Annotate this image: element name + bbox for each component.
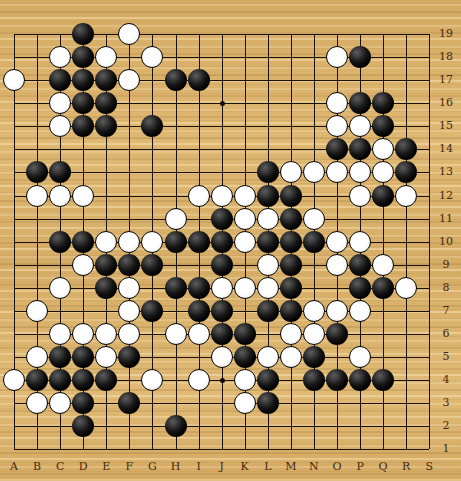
row-label-7: 7: [435, 304, 457, 317]
row-label-9: 9: [435, 258, 457, 271]
black-stone-Q16[interactable]: [372, 92, 394, 114]
white-stone-F17[interactable]: [118, 69, 140, 91]
black-stone-I10[interactable]: [188, 231, 210, 253]
white-stone-G18[interactable]: [141, 46, 163, 68]
white-stone-F8[interactable]: [118, 277, 140, 299]
white-stone-O18[interactable]: [326, 46, 348, 68]
white-stone-F7[interactable]: [118, 300, 140, 322]
black-stone-D3[interactable]: [72, 392, 94, 414]
black-stone-D15[interactable]: [72, 115, 94, 137]
white-stone-P7[interactable]: [349, 300, 371, 322]
black-stone-D17[interactable]: [72, 69, 94, 91]
white-stone-I6[interactable]: [188, 323, 210, 345]
white-stone-O13[interactable]: [326, 161, 348, 183]
black-stone-J7[interactable]: [211, 300, 233, 322]
white-stone-F10[interactable]: [118, 231, 140, 253]
black-stone-O6[interactable]: [326, 323, 348, 345]
white-stone-O15[interactable]: [326, 115, 348, 137]
row-label-13: 13: [435, 165, 457, 178]
column-label-M: M: [283, 460, 299, 473]
black-stone-D4[interactable]: [72, 369, 94, 391]
column-label-O: O: [329, 460, 345, 473]
black-stone-B4[interactable]: [26, 369, 48, 391]
white-stone-C8[interactable]: [49, 277, 71, 299]
white-stone-I12[interactable]: [188, 185, 210, 207]
column-label-F: F: [121, 460, 137, 473]
white-stone-M5[interactable]: [280, 346, 302, 368]
grid-line-vertical: [429, 34, 430, 449]
row-label-5: 5: [435, 350, 457, 363]
black-stone-L13[interactable]: [257, 161, 279, 183]
black-stone-O14[interactable]: [326, 138, 348, 160]
white-stone-O16[interactable]: [326, 92, 348, 114]
white-stone-Q14[interactable]: [372, 138, 394, 160]
white-stone-A4[interactable]: [3, 369, 25, 391]
white-stone-G10[interactable]: [141, 231, 163, 253]
grid-line-horizontal: [14, 449, 429, 450]
black-stone-Q4[interactable]: [372, 369, 394, 391]
white-stone-E6[interactable]: [95, 323, 117, 345]
white-stone-K3[interactable]: [234, 392, 256, 414]
black-stone-G15[interactable]: [141, 115, 163, 137]
white-stone-C12[interactable]: [49, 185, 71, 207]
black-stone-C5[interactable]: [49, 346, 71, 368]
black-stone-N10[interactable]: [303, 231, 325, 253]
column-label-D: D: [75, 460, 91, 473]
row-label-10: 10: [435, 235, 457, 248]
white-stone-P5[interactable]: [349, 346, 371, 368]
white-stone-C6[interactable]: [49, 323, 71, 345]
black-stone-P4[interactable]: [349, 369, 371, 391]
black-stone-E4[interactable]: [95, 369, 117, 391]
black-stone-I17[interactable]: [188, 69, 210, 91]
column-label-H: H: [168, 460, 184, 473]
white-stone-C3[interactable]: [49, 392, 71, 414]
black-stone-E15[interactable]: [95, 115, 117, 137]
black-stone-N5[interactable]: [303, 346, 325, 368]
black-stone-P18[interactable]: [349, 46, 371, 68]
white-stone-N13[interactable]: [303, 161, 325, 183]
black-stone-J10[interactable]: [211, 231, 233, 253]
black-stone-C17[interactable]: [49, 69, 71, 91]
black-stone-G7[interactable]: [141, 300, 163, 322]
column-label-Q: Q: [375, 460, 391, 473]
white-stone-D6[interactable]: [72, 323, 94, 345]
white-stone-R12[interactable]: [395, 185, 417, 207]
row-label-14: 14: [435, 142, 457, 155]
row-label-1: 1: [435, 442, 457, 455]
white-stone-H6[interactable]: [165, 323, 187, 345]
black-stone-H17[interactable]: [165, 69, 187, 91]
white-stone-M13[interactable]: [280, 161, 302, 183]
black-stone-H8[interactable]: [165, 277, 187, 299]
white-stone-P13[interactable]: [349, 161, 371, 183]
black-stone-L3[interactable]: [257, 392, 279, 414]
column-label-J: J: [214, 460, 230, 473]
white-stone-K10[interactable]: [234, 231, 256, 253]
black-stone-F9[interactable]: [118, 254, 140, 276]
white-stone-P15[interactable]: [349, 115, 371, 137]
white-stone-B7[interactable]: [26, 300, 48, 322]
white-stone-K11[interactable]: [234, 208, 256, 230]
white-stone-L5[interactable]: [257, 346, 279, 368]
black-stone-E8[interactable]: [95, 277, 117, 299]
column-label-A: A: [6, 460, 22, 473]
white-stone-Q9[interactable]: [372, 254, 394, 276]
black-stone-D19[interactable]: [72, 23, 94, 45]
white-stone-M6[interactable]: [280, 323, 302, 345]
row-label-19: 19: [435, 27, 457, 40]
row-label-18: 18: [435, 50, 457, 63]
white-stone-C16[interactable]: [49, 92, 71, 114]
black-stone-G9[interactable]: [141, 254, 163, 276]
white-stone-B5[interactable]: [26, 346, 48, 368]
black-stone-M10[interactable]: [280, 231, 302, 253]
white-stone-K12[interactable]: [234, 185, 256, 207]
black-stone-H2[interactable]: [165, 415, 187, 437]
black-stone-H10[interactable]: [165, 231, 187, 253]
star-point: [220, 101, 225, 106]
black-stone-L4[interactable]: [257, 369, 279, 391]
row-label-4: 4: [435, 373, 457, 386]
black-stone-Q12[interactable]: [372, 185, 394, 207]
white-stone-O9[interactable]: [326, 254, 348, 276]
column-label-B: B: [29, 460, 45, 473]
black-stone-C4[interactable]: [49, 369, 71, 391]
white-stone-N7[interactable]: [303, 300, 325, 322]
black-stone-J9[interactable]: [211, 254, 233, 276]
black-stone-P9[interactable]: [349, 254, 371, 276]
black-stone-R14[interactable]: [395, 138, 417, 160]
white-stone-K4[interactable]: [234, 369, 256, 391]
row-label-11: 11: [435, 212, 457, 225]
row-label-16: 16: [435, 96, 457, 109]
white-stone-D12[interactable]: [72, 185, 94, 207]
black-stone-C13[interactable]: [49, 161, 71, 183]
black-stone-M8[interactable]: [280, 277, 302, 299]
row-label-6: 6: [435, 327, 457, 340]
black-stone-Q8[interactable]: [372, 277, 394, 299]
black-stone-P8[interactable]: [349, 277, 371, 299]
black-stone-E9[interactable]: [95, 254, 117, 276]
white-stone-K8[interactable]: [234, 277, 256, 299]
white-stone-E10[interactable]: [95, 231, 117, 253]
white-stone-Q13[interactable]: [372, 161, 394, 183]
black-stone-K5[interactable]: [234, 346, 256, 368]
black-stone-K6[interactable]: [234, 323, 256, 345]
white-stone-N6[interactable]: [303, 323, 325, 345]
white-stone-J8[interactable]: [211, 277, 233, 299]
white-stone-N11[interactable]: [303, 208, 325, 230]
column-label-R: R: [398, 460, 414, 473]
white-stone-F6[interactable]: [118, 323, 140, 345]
black-stone-C10[interactable]: [49, 231, 71, 253]
black-stone-D5[interactable]: [72, 346, 94, 368]
row-label-15: 15: [435, 119, 457, 132]
white-stone-A17[interactable]: [3, 69, 25, 91]
white-stone-D9[interactable]: [72, 254, 94, 276]
black-stone-E16[interactable]: [95, 92, 117, 114]
column-label-N: N: [306, 460, 322, 473]
black-stone-D18[interactable]: [72, 46, 94, 68]
white-stone-C18[interactable]: [49, 46, 71, 68]
white-stone-C15[interactable]: [49, 115, 71, 137]
black-stone-Q15[interactable]: [372, 115, 394, 137]
black-stone-B13[interactable]: [26, 161, 48, 183]
black-stone-L12[interactable]: [257, 185, 279, 207]
white-stone-E5[interactable]: [95, 346, 117, 368]
row-label-8: 8: [435, 281, 457, 294]
column-label-C: C: [52, 460, 68, 473]
column-label-K: K: [237, 460, 253, 473]
white-stone-H11[interactable]: [165, 208, 187, 230]
white-stone-R8[interactable]: [395, 277, 417, 299]
black-stone-R13[interactable]: [395, 161, 417, 183]
white-stone-B3[interactable]: [26, 392, 48, 414]
black-stone-I8[interactable]: [188, 277, 210, 299]
black-stone-N4[interactable]: [303, 369, 325, 391]
black-stone-D16[interactable]: [72, 92, 94, 114]
column-label-G: G: [144, 460, 160, 473]
black-stone-I7[interactable]: [188, 300, 210, 322]
white-stone-P10[interactable]: [349, 231, 371, 253]
white-stone-I4[interactable]: [188, 369, 210, 391]
white-stone-O10[interactable]: [326, 231, 348, 253]
white-stone-G4[interactable]: [141, 369, 163, 391]
black-stone-M11[interactable]: [280, 208, 302, 230]
black-stone-L7[interactable]: [257, 300, 279, 322]
white-stone-L11[interactable]: [257, 208, 279, 230]
row-label-3: 3: [435, 396, 457, 409]
black-stone-J6[interactable]: [211, 323, 233, 345]
grid-line-vertical: [406, 34, 407, 449]
white-stone-J5[interactable]: [211, 346, 233, 368]
star-point: [220, 378, 225, 383]
black-stone-E17[interactable]: [95, 69, 117, 91]
column-label-L: L: [260, 460, 276, 473]
black-stone-D2[interactable]: [72, 415, 94, 437]
black-stone-M9[interactable]: [280, 254, 302, 276]
white-stone-L9[interactable]: [257, 254, 279, 276]
black-stone-M7[interactable]: [280, 300, 302, 322]
row-label-17: 17: [435, 73, 457, 86]
white-stone-L8[interactable]: [257, 277, 279, 299]
column-label-S: S: [421, 460, 437, 473]
black-stone-L10[interactable]: [257, 231, 279, 253]
black-stone-F3[interactable]: [118, 392, 140, 414]
white-stone-B12[interactable]: [26, 185, 48, 207]
black-stone-F5[interactable]: [118, 346, 140, 368]
black-stone-O4[interactable]: [326, 369, 348, 391]
white-stone-J12[interactable]: [211, 185, 233, 207]
white-stone-F19[interactable]: [118, 23, 140, 45]
black-stone-P16[interactable]: [349, 92, 371, 114]
black-stone-J11[interactable]: [211, 208, 233, 230]
white-stone-P12[interactable]: [349, 185, 371, 207]
row-label-12: 12: [435, 189, 457, 202]
white-stone-E18[interactable]: [95, 46, 117, 68]
column-label-I: I: [191, 460, 207, 473]
row-label-2: 2: [435, 419, 457, 432]
white-stone-O7[interactable]: [326, 300, 348, 322]
black-stone-M12[interactable]: [280, 185, 302, 207]
column-label-E: E: [98, 460, 114, 473]
column-label-P: P: [352, 460, 368, 473]
black-stone-D10[interactable]: [72, 231, 94, 253]
black-stone-P14[interactable]: [349, 138, 371, 160]
go-board-app: ABCDEFGHIJKLMNOPQRS191817161514131211109…: [0, 0, 461, 481]
